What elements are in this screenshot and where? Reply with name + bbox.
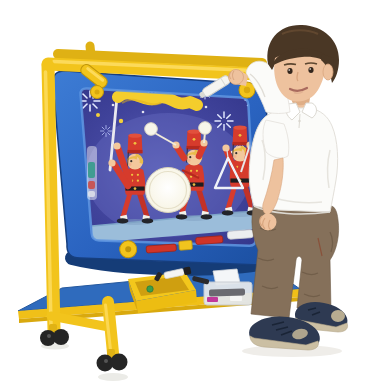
drawing-board [53, 71, 273, 269]
bass-drum [146, 168, 191, 213]
drum-mallet [145, 123, 158, 136]
yellow-magnet [179, 240, 193, 250]
left-sleeve [263, 120, 289, 158]
photo-canvas [0, 0, 390, 390]
child-ear [323, 64, 333, 80]
white-eraser [227, 230, 253, 240]
child-shirt [249, 108, 337, 212]
scene-svg [0, 0, 390, 390]
drum-mallet [199, 122, 212, 135]
red-marker [196, 236, 223, 245]
board-artwork [80, 87, 261, 246]
bevel-reflections [87, 146, 97, 200]
